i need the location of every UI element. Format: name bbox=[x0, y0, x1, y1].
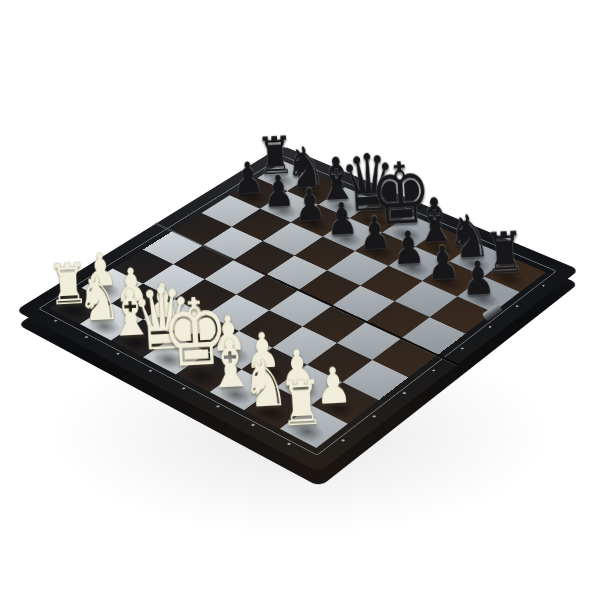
frame-rivet bbox=[148, 370, 152, 373]
black-pawn[interactable]: ♟ bbox=[444, 253, 511, 303]
frame-rivet bbox=[341, 439, 346, 442]
frame-rivet bbox=[515, 305, 519, 307]
frame-rivet bbox=[84, 336, 88, 339]
frame-rivet bbox=[287, 443, 292, 446]
board-tilt-wrapper: ♜♞♝♛♚♝♞♜♟♟♟♟♟♟♟♟♟♟♟♟♟♟♟♟♜♞♝♛♚♝♞♜ bbox=[0, 0, 600, 600]
frame-rivet bbox=[402, 392, 407, 395]
frame-rivet bbox=[251, 424, 256, 427]
frame-rivet bbox=[116, 352, 120, 355]
frame-rivet bbox=[182, 387, 187, 390]
frame-rivet bbox=[432, 369, 436, 372]
frame-rivet bbox=[460, 347, 464, 350]
white-rook[interactable]: ♜ bbox=[265, 371, 339, 436]
board-grid: ♜♞♝♛♚♝♞♜♟♟♟♟♟♟♟♟♟♟♟♟♟♟♟♟♜♞♝♛♚♝♞♜ bbox=[49, 161, 545, 448]
product-photo-scene: ♜♞♝♛♚♝♞♜♟♟♟♟♟♟♟♟♟♟♟♟♟♟♟♟♜♞♝♛♚♝♞♜ bbox=[0, 0, 600, 600]
frame-rivet bbox=[216, 405, 221, 408]
frame-rivet bbox=[54, 320, 58, 323]
frame-rivet bbox=[372, 415, 377, 418]
frame-rivet bbox=[488, 326, 492, 329]
frame-rivet bbox=[541, 285, 545, 287]
